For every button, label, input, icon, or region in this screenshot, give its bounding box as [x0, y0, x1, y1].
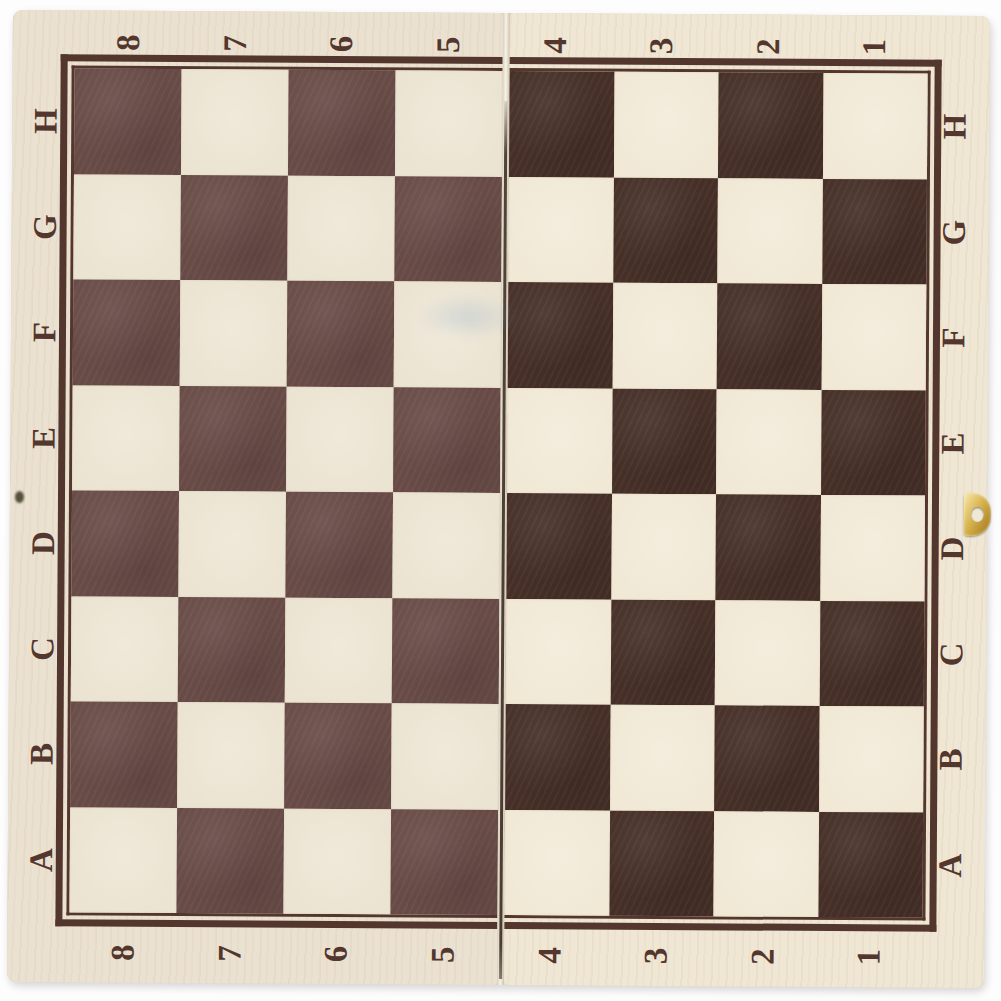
rank-label-bottom-1: 1: [849, 904, 890, 1001]
rank-label-top-4: 4: [534, 0, 575, 99]
rank-label-bottom-2: 2: [742, 903, 783, 1001]
square-e2[interactable]: [716, 389, 821, 495]
square-c6[interactable]: [285, 597, 393, 703]
half-left-grid: [69, 68, 502, 915]
square-c4[interactable]: [506, 599, 611, 705]
board-right-half: [504, 13, 990, 988]
file-label-right-F: F: [901, 317, 1001, 358]
rank-label-bottom-6: 6: [315, 901, 356, 1001]
half-right-grid: [504, 71, 927, 918]
rank-label-bottom-8: 8: [102, 899, 143, 1001]
square-a5[interactable]: [390, 809, 498, 915]
rank-strip-bottom: 87654321: [69, 932, 922, 977]
file-label-left-A: A: [0, 839, 95, 880]
square-g2[interactable]: [717, 178, 822, 284]
square-b2[interactable]: [714, 705, 819, 811]
left-half-outer-frame-line: [55, 54, 502, 929]
square-e7[interactable]: [179, 386, 287, 492]
rank-label-top-5: 5: [428, 0, 469, 98]
file-label-left-F: F: [0, 312, 98, 353]
left-edge-speck: [15, 491, 24, 503]
square-a7[interactable]: [176, 808, 284, 914]
file-label-left-H: H: [0, 101, 99, 142]
square-d5[interactable]: [392, 492, 500, 598]
file-label-left-B: B: [0, 734, 95, 775]
rank-label-bottom-7: 7: [209, 900, 250, 1001]
file-label-left-E: E: [0, 417, 97, 458]
square-b3[interactable]: [610, 705, 715, 811]
rank-label-top-8: 8: [108, 0, 149, 96]
square-e3[interactable]: [612, 388, 717, 494]
rank-label-top-2: 2: [748, 0, 789, 100]
square-f6[interactable]: [287, 281, 395, 387]
file-label-left-D: D: [0, 523, 97, 564]
photo-background: 87654321 87654321 HGFEDCBA HGFEDCBA: [0, 0, 1001, 1001]
blue-smudge: [411, 290, 526, 343]
board-left-half: [7, 10, 503, 985]
square-e4[interactable]: [507, 388, 612, 494]
square-a3[interactable]: [609, 810, 714, 916]
file-label-right-C: C: [899, 634, 1001, 675]
file-label-right-H: H: [902, 106, 1001, 147]
square-g6[interactable]: [287, 175, 395, 281]
square-f3[interactable]: [612, 283, 717, 389]
file-label-right-D: D: [900, 528, 1001, 569]
file-label-left-G: G: [0, 206, 99, 247]
square-c3[interactable]: [610, 599, 715, 705]
rank-label-bottom-3: 3: [635, 903, 676, 1001]
square-c7[interactable]: [178, 597, 286, 703]
square-b7[interactable]: [177, 702, 285, 808]
square-f2[interactable]: [717, 283, 822, 389]
rank-label-top-1: 1: [854, 0, 895, 101]
file-label-right-G: G: [902, 212, 1001, 253]
square-a2[interactable]: [713, 811, 818, 917]
file-label-right-E: E: [900, 423, 1001, 464]
rank-label-bottom-4: 4: [529, 902, 570, 1001]
square-e6[interactable]: [286, 386, 394, 492]
rank-label-top-7: 7: [214, 0, 255, 97]
square-b4[interactable]: [505, 704, 610, 810]
file-label-left-C: C: [0, 628, 96, 669]
left-half-inner-frame-line: [66, 65, 502, 918]
square-g5[interactable]: [394, 176, 502, 282]
rank-strip-top: 87654321: [75, 22, 928, 67]
square-d4[interactable]: [506, 493, 611, 599]
square-g7[interactable]: [180, 175, 288, 281]
square-c5[interactable]: [392, 598, 500, 704]
rank-label-top-3: 3: [641, 0, 682, 99]
square-d2[interactable]: [715, 494, 820, 600]
square-e5[interactable]: [393, 387, 501, 493]
square-d7[interactable]: [178, 491, 286, 597]
right-half-outer-frame-line: [504, 57, 941, 932]
square-f7[interactable]: [180, 280, 288, 386]
square-a4[interactable]: [504, 810, 609, 916]
square-b5[interactable]: [391, 703, 499, 809]
rank-label-bottom-5: 5: [422, 901, 463, 1001]
rank-label-top-6: 6: [321, 0, 362, 97]
square-d6[interactable]: [285, 492, 393, 598]
file-strip-left: HGFEDCBA: [21, 68, 66, 912]
square-d3[interactable]: [611, 494, 716, 600]
file-label-right-A: A: [898, 845, 1001, 886]
chess-board: 87654321 87654321 HGFEDCBA HGFEDCBA: [7, 10, 990, 988]
square-c2[interactable]: [715, 600, 820, 706]
file-label-right-B: B: [899, 739, 1001, 780]
right-half-inner-frame-line: [504, 68, 930, 921]
square-b6[interactable]: [284, 703, 392, 809]
square-g4[interactable]: [508, 177, 613, 283]
square-g3[interactable]: [613, 177, 718, 283]
square-a6[interactable]: [283, 808, 391, 914]
